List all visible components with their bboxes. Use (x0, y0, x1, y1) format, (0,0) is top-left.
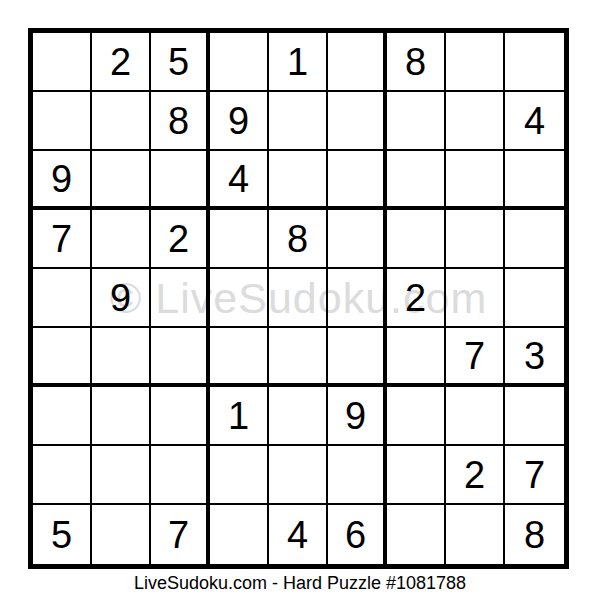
cell-r8c5[interactable] (269, 446, 328, 505)
cell-r8c3[interactable] (151, 446, 210, 505)
cell-r9c5: 4 (269, 505, 328, 564)
cell-r8c1[interactable] (33, 446, 92, 505)
cell-r8c7[interactable] (387, 446, 446, 505)
cell-r9c8[interactable] (446, 505, 505, 564)
cell-r7c1[interactable] (33, 387, 92, 446)
cell-r4c3: 2 (151, 210, 210, 269)
cell-r7c6: 9 (328, 387, 387, 446)
cell-r1c2: 2 (92, 33, 151, 92)
cell-r3c1: 9 (33, 151, 92, 210)
cell-r2c5[interactable] (269, 92, 328, 151)
cell-r3c9[interactable] (505, 151, 564, 210)
cell-r4c6[interactable] (328, 210, 387, 269)
cell-r6c6[interactable] (328, 328, 387, 387)
cell-r4c9[interactable] (505, 210, 564, 269)
cell-r3c3[interactable] (151, 151, 210, 210)
cell-r6c4[interactable] (210, 328, 269, 387)
cell-r2c2[interactable] (92, 92, 151, 151)
cell-r9c3: 7 (151, 505, 210, 564)
cell-r9c7[interactable] (387, 505, 446, 564)
cell-r4c2[interactable] (92, 210, 151, 269)
cell-r2c1[interactable] (33, 92, 92, 151)
cell-r5c1[interactable] (33, 269, 92, 328)
cell-r7c3[interactable] (151, 387, 210, 446)
cell-r4c7[interactable] (387, 210, 446, 269)
cell-r4c8[interactable] (446, 210, 505, 269)
cell-r5c7: 2 (387, 269, 446, 328)
cell-r6c7[interactable] (387, 328, 446, 387)
cell-r1c4[interactable] (210, 33, 269, 92)
cell-r8c8: 2 (446, 446, 505, 505)
cell-r5c6[interactable] (328, 269, 387, 328)
cell-r2c7[interactable] (387, 92, 446, 151)
cell-r5c3[interactable] (151, 269, 210, 328)
puzzle-caption: LiveSudoku.com - Hard Puzzle #1081788 (0, 573, 600, 594)
cell-r2c3: 8 (151, 92, 210, 151)
cell-r3c6[interactable] (328, 151, 387, 210)
cell-r1c6[interactable] (328, 33, 387, 92)
cell-r9c6: 6 (328, 505, 387, 564)
cell-r5c9[interactable] (505, 269, 564, 328)
cell-r8c2[interactable] (92, 446, 151, 505)
cell-r5c2: 9 (92, 269, 151, 328)
cell-r8c6[interactable] (328, 446, 387, 505)
cell-r9c9: 8 (505, 505, 564, 564)
cell-r7c8[interactable] (446, 387, 505, 446)
cell-r1c5: 1 (269, 33, 328, 92)
cell-r5c4[interactable] (210, 269, 269, 328)
cell-r5c8[interactable] (446, 269, 505, 328)
cell-r3c8[interactable] (446, 151, 505, 210)
cell-r3c2[interactable] (92, 151, 151, 210)
cell-r3c4: 4 (210, 151, 269, 210)
page: © LiveSudoku.com 25188949472892731927574… (0, 0, 600, 615)
cell-r1c8[interactable] (446, 33, 505, 92)
cell-r2c9: 4 (505, 92, 564, 151)
cell-r8c4[interactable] (210, 446, 269, 505)
cell-r6c2[interactable] (92, 328, 151, 387)
cell-r7c9[interactable] (505, 387, 564, 446)
cell-r3c7[interactable] (387, 151, 446, 210)
cell-r7c2[interactable] (92, 387, 151, 446)
cell-r7c5[interactable] (269, 387, 328, 446)
cell-r2c6[interactable] (328, 92, 387, 151)
cell-r3c5[interactable] (269, 151, 328, 210)
cell-r2c4: 9 (210, 92, 269, 151)
cell-r7c7[interactable] (387, 387, 446, 446)
cell-r4c4[interactable] (210, 210, 269, 269)
cell-r8c9: 7 (505, 446, 564, 505)
cell-r1c3: 5 (151, 33, 210, 92)
cell-r1c9[interactable] (505, 33, 564, 92)
sudoku-board: © LiveSudoku.com 25188949472892731927574… (28, 28, 569, 569)
cell-r6c3[interactable] (151, 328, 210, 387)
cell-r9c2[interactable] (92, 505, 151, 564)
cell-r1c1[interactable] (33, 33, 92, 92)
cell-r2c8[interactable] (446, 92, 505, 151)
cell-r6c1[interactable] (33, 328, 92, 387)
cell-r7c4: 1 (210, 387, 269, 446)
cell-r5c5[interactable] (269, 269, 328, 328)
cell-r1c7: 8 (387, 33, 446, 92)
cell-r9c4[interactable] (210, 505, 269, 564)
cell-r4c5: 8 (269, 210, 328, 269)
cell-r6c9: 3 (505, 328, 564, 387)
cell-r6c5[interactable] (269, 328, 328, 387)
cell-r9c1: 5 (33, 505, 92, 564)
cell-r6c8: 7 (446, 328, 505, 387)
cell-r4c1: 7 (33, 210, 92, 269)
